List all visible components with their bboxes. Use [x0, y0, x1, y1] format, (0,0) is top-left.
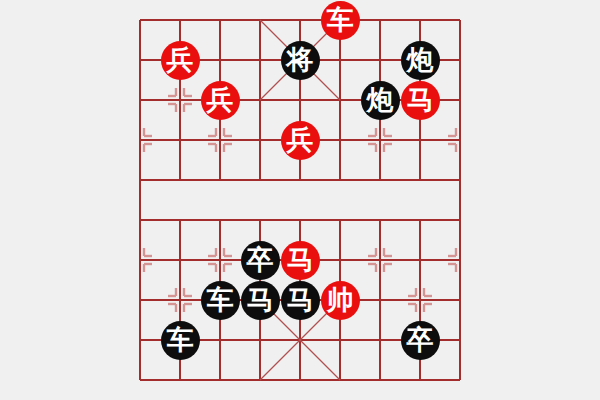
- piece-red-horse[interactable]: 马: [401, 81, 440, 120]
- piece-black-chariot[interactable]: 车: [161, 321, 200, 360]
- piece-black-horse[interactable]: 马: [241, 281, 280, 320]
- piece-black-horse[interactable]: 马: [281, 281, 320, 320]
- pieces-layer: 车兵将炮兵炮马兵卒马车马马帅车卒: [120, 0, 480, 400]
- piece-red-pawn[interactable]: 兵: [201, 81, 240, 120]
- piece-red-pawn[interactable]: 兵: [281, 121, 320, 160]
- piece-red-pawn[interactable]: 兵: [161, 41, 200, 80]
- piece-black-chariot[interactable]: 车: [201, 281, 240, 320]
- piece-black-pawn[interactable]: 卒: [401, 321, 440, 360]
- piece-black-cannon[interactable]: 炮: [401, 41, 440, 80]
- piece-black-cannon[interactable]: 炮: [361, 81, 400, 120]
- piece-black-general[interactable]: 将: [281, 41, 320, 80]
- piece-red-horse[interactable]: 马: [281, 241, 320, 280]
- xiangqi-board: 车兵将炮兵炮马兵卒马车马马帅车卒: [0, 0, 600, 400]
- piece-red-general[interactable]: 帅: [321, 281, 360, 320]
- piece-red-chariot[interactable]: 车: [321, 1, 360, 40]
- piece-black-pawn[interactable]: 卒: [241, 241, 280, 280]
